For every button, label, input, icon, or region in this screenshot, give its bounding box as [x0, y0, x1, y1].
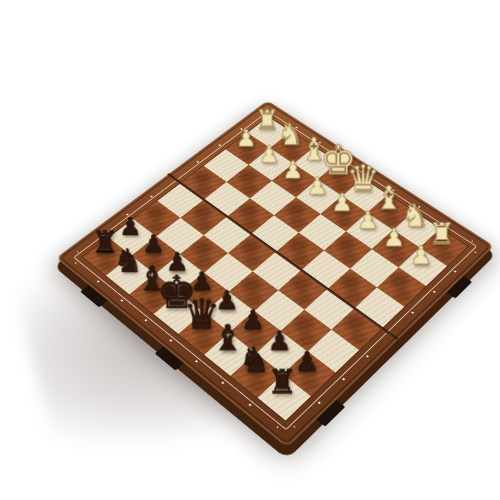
squares-grid: ♜♞♝♚♛♝♞♜♟♟♟♟♟♟♟♟♟♟♟♟♟♟♟♟♜♞♝♚♛♝♞♜	[83, 117, 467, 420]
piece-white-pawn-b2[interactable]: ♟	[383, 225, 405, 250]
piece-black-rook-a8[interactable]: ♜	[267, 366, 297, 399]
piece-white-rook-h1[interactable]: ♜	[255, 106, 280, 133]
board-frame: ♜♞♝♚♛♝♞♜♟♟♟♟♟♟♟♟♟♟♟♟♟♟♟♟♜♞♝♚♛♝♞♜	[56, 101, 494, 448]
piece-black-pawn-h7[interactable]: ♟	[119, 214, 141, 239]
piece-black-knight-b8[interactable]: ♞	[239, 342, 270, 377]
chessboard-perspective-wrap: ♜♞♝♚♛♝♞♜♟♟♟♟♟♟♟♟♟♟♟♟♟♟♟♟♜♞♝♚♛♝♞♜	[0, 0, 500, 500]
piece-white-rook-a1[interactable]: ♜	[428, 219, 455, 249]
chessboard: ♜♞♝♚♛♝♞♜♟♟♟♟♟♟♟♟♟♟♟♟♟♟♟♟♜♞♝♚♛♝♞♜	[56, 101, 494, 448]
piece-white-pawn-c2[interactable]: ♟	[357, 208, 379, 233]
piece-white-pawn-a2[interactable]: ♟	[410, 243, 433, 268]
piece-black-pawn-c7[interactable]: ♟	[241, 307, 265, 334]
piece-white-pawn-e2[interactable]: ♟	[306, 174, 328, 198]
piece-white-pawn-d2[interactable]: ♟	[331, 191, 353, 215]
piece-black-pawn-b7[interactable]: ♟	[267, 327, 291, 354]
piece-black-pawn-g7[interactable]: ♟	[142, 232, 165, 257]
piece-black-pawn-a7[interactable]: ♟	[295, 348, 320, 375]
piece-white-pawn-g2[interactable]: ♟	[259, 142, 280, 165]
piece-white-pawn-h2[interactable]: ♟	[236, 127, 257, 150]
piece-white-pawn-f2[interactable]: ♟	[282, 158, 303, 182]
product-photo-scene: ♜♞♝♚♛♝♞♜♟♟♟♟♟♟♟♟♟♟♟♟♟♟♟♟♜♞♝♚♛♝♞♜	[0, 0, 500, 500]
